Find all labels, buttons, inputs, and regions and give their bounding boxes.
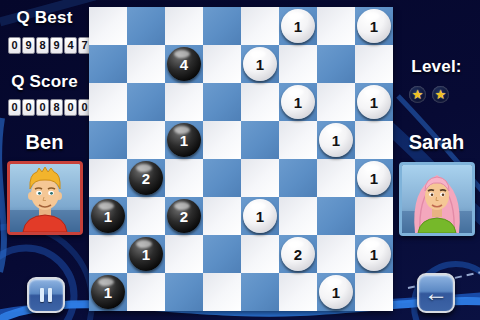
stack-count: 1 xyxy=(256,208,264,225)
cell-r6c0[interactable] xyxy=(89,235,127,273)
player-right-avatar xyxy=(399,162,475,236)
cell-r0c6[interactable] xyxy=(317,7,355,45)
cell-r1c3[interactable] xyxy=(203,45,241,83)
best-score-counter: 098947 xyxy=(8,37,91,54)
cell-r1c6[interactable] xyxy=(317,45,355,83)
stack-count: 1 xyxy=(370,94,378,111)
boy-avatar-illustration xyxy=(10,164,80,232)
counter-digit: 9 xyxy=(22,37,35,54)
cell-r2c7[interactable]: 1 xyxy=(355,83,393,121)
level-label: Level: xyxy=(393,57,480,77)
cell-r7c4[interactable] xyxy=(241,273,279,311)
cell-r4c5[interactable] xyxy=(279,159,317,197)
stack-count: 2 xyxy=(294,246,302,263)
cell-r5c7[interactable] xyxy=(355,197,393,235)
stack-count: 1 xyxy=(332,284,340,301)
cell-r2c4[interactable] xyxy=(241,83,279,121)
cell-r1c0[interactable] xyxy=(89,45,127,83)
cell-r0c5[interactable]: 1 xyxy=(279,7,317,45)
cell-r0c4[interactable] xyxy=(241,7,279,45)
cell-r6c4[interactable] xyxy=(241,235,279,273)
cell-r2c0[interactable] xyxy=(89,83,127,121)
white-piece[interactable]: 1 xyxy=(243,199,277,233)
cell-r3c3[interactable] xyxy=(203,121,241,159)
cell-r7c7[interactable] xyxy=(355,273,393,311)
cell-r5c2[interactable]: 2 xyxy=(165,197,203,235)
black-piece[interactable]: 2 xyxy=(129,161,163,195)
white-piece[interactable]: 1 xyxy=(319,123,353,157)
cell-r3c4[interactable] xyxy=(241,121,279,159)
cell-r3c0[interactable] xyxy=(89,121,127,159)
cell-r2c1[interactable] xyxy=(127,83,165,121)
counter-digit: 0 xyxy=(8,99,21,116)
stack-count: 1 xyxy=(256,56,264,73)
level-star-icon: ★ xyxy=(432,86,449,103)
cell-r1c1[interactable] xyxy=(127,45,165,83)
cell-r0c1[interactable] xyxy=(127,7,165,45)
game-screen: Q Best 098947 Q Score 000800 Ben xyxy=(0,0,480,320)
cell-r1c5[interactable] xyxy=(279,45,317,83)
stack-count: 1 xyxy=(370,170,378,187)
counter-digit: 8 xyxy=(36,37,49,54)
cell-r6c5[interactable]: 2 xyxy=(279,235,317,273)
stack-count: 1 xyxy=(142,246,150,263)
black-piece[interactable]: 1 xyxy=(91,275,125,309)
cell-r1c7[interactable] xyxy=(355,45,393,83)
counter-digit: 0 xyxy=(36,99,49,116)
white-piece[interactable]: 1 xyxy=(281,9,315,43)
stack-count: 4 xyxy=(180,56,188,73)
player-right-name: Sarah xyxy=(393,131,480,154)
white-piece[interactable]: 1 xyxy=(281,85,315,119)
cell-r4c2[interactable] xyxy=(165,159,203,197)
cell-r5c0[interactable]: 1 xyxy=(89,197,127,235)
cell-r4c0[interactable] xyxy=(89,159,127,197)
cell-r6c2[interactable] xyxy=(165,235,203,273)
level-stars: ★★ xyxy=(409,86,449,103)
cell-r3c7[interactable] xyxy=(355,121,393,159)
cell-r6c3[interactable] xyxy=(203,235,241,273)
cell-r2c6[interactable] xyxy=(317,83,355,121)
counter-digit: 0 xyxy=(22,99,35,116)
counter-digit: 0 xyxy=(8,37,21,54)
black-piece[interactable]: 4 xyxy=(167,47,201,81)
girl-avatar-illustration xyxy=(402,165,472,233)
cell-r7c1[interactable] xyxy=(127,273,165,311)
pause-button[interactable] xyxy=(27,277,65,313)
cell-r7c0[interactable]: 1 xyxy=(89,273,127,311)
white-piece[interactable]: 1 xyxy=(357,161,391,195)
stack-count: 1 xyxy=(294,94,302,111)
cell-r0c3[interactable] xyxy=(203,7,241,45)
cell-r4c1[interactable]: 2 xyxy=(127,159,165,197)
cell-r2c2[interactable] xyxy=(165,83,203,121)
white-piece[interactable]: 1 xyxy=(243,47,277,81)
cell-r3c6[interactable]: 1 xyxy=(317,121,355,159)
stack-count: 1 xyxy=(370,18,378,35)
counter-digit: 0 xyxy=(64,99,77,116)
current-score-counter: 000800 xyxy=(8,99,91,116)
counter-digit: 4 xyxy=(64,37,77,54)
cell-r6c7[interactable]: 1 xyxy=(355,235,393,273)
cell-r5c6[interactable] xyxy=(317,197,355,235)
level-star-icon: ★ xyxy=(409,86,426,103)
cell-r1c2[interactable]: 4 xyxy=(165,45,203,83)
cell-r1c4[interactable]: 1 xyxy=(241,45,279,83)
cell-r2c5[interactable]: 1 xyxy=(279,83,317,121)
white-piece[interactable]: 1 xyxy=(319,275,353,309)
white-piece[interactable]: 1 xyxy=(357,85,391,119)
best-score-label: Q Best xyxy=(0,8,89,28)
cell-r7c3[interactable] xyxy=(203,273,241,311)
counter-digit: 8 xyxy=(50,99,63,116)
cell-r3c5[interactable] xyxy=(279,121,317,159)
cell-r7c5[interactable] xyxy=(279,273,317,311)
stack-count: 1 xyxy=(180,132,188,149)
stack-count: 1 xyxy=(370,246,378,263)
black-piece[interactable]: 1 xyxy=(129,237,163,271)
cell-r6c1[interactable]: 1 xyxy=(127,235,165,273)
cell-r4c6[interactable] xyxy=(317,159,355,197)
pause-icon xyxy=(40,288,52,302)
cell-r7c6[interactable]: 1 xyxy=(317,273,355,311)
cell-r6c6[interactable] xyxy=(317,235,355,273)
stack-count: 1 xyxy=(104,208,112,225)
stack-count: 1 xyxy=(104,284,112,301)
cell-r3c1[interactable] xyxy=(127,121,165,159)
current-score-label: Q Score xyxy=(0,72,89,92)
player-left-avatar xyxy=(7,161,83,235)
cell-r2c3[interactable] xyxy=(203,83,241,121)
cell-r3c2[interactable]: 1 xyxy=(165,121,203,159)
black-piece[interactable]: 1 xyxy=(91,199,125,233)
cell-r4c7[interactable]: 1 xyxy=(355,159,393,197)
black-piece[interactable]: 1 xyxy=(167,123,201,157)
white-piece[interactable]: 2 xyxy=(281,237,315,271)
cell-r4c4[interactable] xyxy=(241,159,279,197)
stack-count: 2 xyxy=(180,208,188,225)
cell-r0c7[interactable]: 1 xyxy=(355,7,393,45)
cell-r0c2[interactable] xyxy=(165,7,203,45)
back-arrow-icon: ← xyxy=(424,281,448,305)
cell-r7c2[interactable] xyxy=(165,273,203,311)
board: 114111112112112111 xyxy=(89,7,393,311)
white-piece[interactable]: 1 xyxy=(357,237,391,271)
cell-r5c1[interactable] xyxy=(127,197,165,235)
black-piece[interactable]: 2 xyxy=(167,199,201,233)
player-left-name: Ben xyxy=(0,131,89,154)
stack-count: 1 xyxy=(294,18,302,35)
white-piece[interactable]: 1 xyxy=(357,9,391,43)
cell-r0c0[interactable] xyxy=(89,7,127,45)
cell-r5c4[interactable]: 1 xyxy=(241,197,279,235)
cell-r5c5[interactable] xyxy=(279,197,317,235)
cell-r5c3[interactable] xyxy=(203,197,241,235)
stack-count: 1 xyxy=(332,132,340,149)
counter-digit: 9 xyxy=(50,37,63,54)
cell-r4c3[interactable] xyxy=(203,159,241,197)
stack-count: 2 xyxy=(142,170,150,187)
back-button[interactable]: ← xyxy=(417,273,455,313)
